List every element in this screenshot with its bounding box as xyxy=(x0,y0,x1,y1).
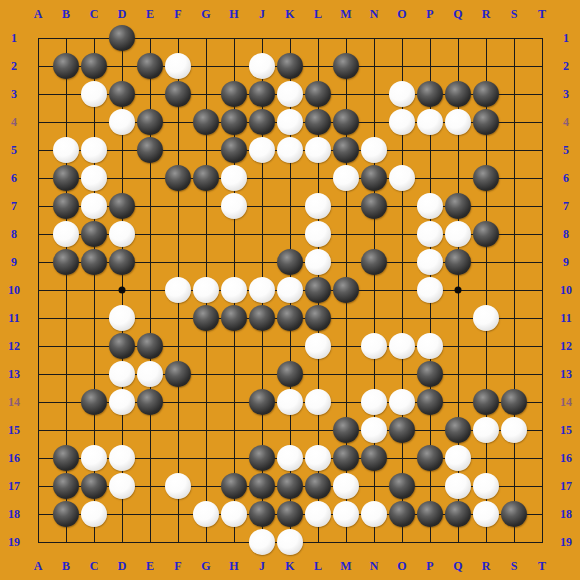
intersection-N7[interactable] xyxy=(360,192,388,220)
intersection-T13[interactable] xyxy=(528,360,556,388)
intersection-H16[interactable] xyxy=(220,444,248,472)
intersection-B18[interactable] xyxy=(52,500,80,528)
intersection-Q16[interactable] xyxy=(444,444,472,472)
intersection-J9[interactable] xyxy=(248,248,276,276)
intersection-S2[interactable] xyxy=(500,52,528,80)
intersection-G2[interactable] xyxy=(192,52,220,80)
intersection-T3[interactable] xyxy=(528,80,556,108)
intersection-H7[interactable] xyxy=(220,192,248,220)
intersection-B11[interactable] xyxy=(52,304,80,332)
intersection-A3[interactable] xyxy=(24,80,52,108)
intersection-N5[interactable] xyxy=(360,136,388,164)
intersection-C4[interactable] xyxy=(80,108,108,136)
intersection-O18[interactable] xyxy=(388,500,416,528)
intersection-K9[interactable] xyxy=(276,248,304,276)
intersection-O11[interactable] xyxy=(388,304,416,332)
intersection-M3[interactable] xyxy=(332,80,360,108)
intersection-J12[interactable] xyxy=(248,332,276,360)
intersection-R2[interactable] xyxy=(472,52,500,80)
intersection-Q6[interactable] xyxy=(444,164,472,192)
intersection-O7[interactable] xyxy=(388,192,416,220)
intersection-M4[interactable] xyxy=(332,108,360,136)
intersection-T16[interactable] xyxy=(528,444,556,472)
intersection-N2[interactable] xyxy=(360,52,388,80)
intersection-P16[interactable] xyxy=(416,444,444,472)
intersection-D5[interactable] xyxy=(108,136,136,164)
intersection-F6[interactable] xyxy=(164,164,192,192)
intersection-S16[interactable] xyxy=(500,444,528,472)
intersection-P1[interactable] xyxy=(416,24,444,52)
intersection-A4[interactable] xyxy=(24,108,52,136)
intersection-S11[interactable] xyxy=(500,304,528,332)
intersection-M6[interactable] xyxy=(332,164,360,192)
intersection-B2[interactable] xyxy=(52,52,80,80)
intersection-R3[interactable] xyxy=(472,80,500,108)
intersection-F19[interactable] xyxy=(164,528,192,556)
intersection-O3[interactable] xyxy=(388,80,416,108)
intersection-C19[interactable] xyxy=(80,528,108,556)
intersection-S7[interactable] xyxy=(500,192,528,220)
intersection-F16[interactable] xyxy=(164,444,192,472)
intersection-K10[interactable] xyxy=(276,276,304,304)
intersection-T8[interactable] xyxy=(528,220,556,248)
intersection-G6[interactable] xyxy=(192,164,220,192)
intersection-E2[interactable] xyxy=(136,52,164,80)
intersection-A12[interactable] xyxy=(24,332,52,360)
intersection-F15[interactable] xyxy=(164,416,192,444)
intersection-B1[interactable] xyxy=(52,24,80,52)
intersection-B10[interactable] xyxy=(52,276,80,304)
intersection-B8[interactable] xyxy=(52,220,80,248)
intersection-R12[interactable] xyxy=(472,332,500,360)
intersection-R1[interactable] xyxy=(472,24,500,52)
intersection-J2[interactable] xyxy=(248,52,276,80)
intersection-B4[interactable] xyxy=(52,108,80,136)
intersection-E5[interactable] xyxy=(136,136,164,164)
intersection-Q14[interactable] xyxy=(444,388,472,416)
intersection-P5[interactable] xyxy=(416,136,444,164)
intersection-S6[interactable] xyxy=(500,164,528,192)
intersection-K4[interactable] xyxy=(276,108,304,136)
intersection-H8[interactable] xyxy=(220,220,248,248)
intersection-K19[interactable] xyxy=(276,528,304,556)
intersection-E11[interactable] xyxy=(136,304,164,332)
intersection-M10[interactable] xyxy=(332,276,360,304)
intersection-H14[interactable] xyxy=(220,388,248,416)
intersection-K2[interactable] xyxy=(276,52,304,80)
intersection-N1[interactable] xyxy=(360,24,388,52)
intersection-T6[interactable] xyxy=(528,164,556,192)
intersection-Q19[interactable] xyxy=(444,528,472,556)
intersection-E12[interactable] xyxy=(136,332,164,360)
intersection-F11[interactable] xyxy=(164,304,192,332)
intersection-G16[interactable] xyxy=(192,444,220,472)
intersection-J16[interactable] xyxy=(248,444,276,472)
intersection-B9[interactable] xyxy=(52,248,80,276)
intersection-H12[interactable] xyxy=(220,332,248,360)
intersection-D4[interactable] xyxy=(108,108,136,136)
intersection-E1[interactable] xyxy=(136,24,164,52)
intersection-K17[interactable] xyxy=(276,472,304,500)
intersection-P6[interactable] xyxy=(416,164,444,192)
intersection-O15[interactable] xyxy=(388,416,416,444)
intersection-J8[interactable] xyxy=(248,220,276,248)
intersection-A11[interactable] xyxy=(24,304,52,332)
intersection-R14[interactable] xyxy=(472,388,500,416)
intersection-D1[interactable] xyxy=(108,24,136,52)
intersection-N8[interactable] xyxy=(360,220,388,248)
intersection-S10[interactable] xyxy=(500,276,528,304)
intersection-A5[interactable] xyxy=(24,136,52,164)
intersection-T4[interactable] xyxy=(528,108,556,136)
intersection-P3[interactable] xyxy=(416,80,444,108)
intersection-O19[interactable] xyxy=(388,528,416,556)
intersection-O4[interactable] xyxy=(388,108,416,136)
intersection-N9[interactable] xyxy=(360,248,388,276)
intersection-H9[interactable] xyxy=(220,248,248,276)
intersection-F9[interactable] xyxy=(164,248,192,276)
intersection-H1[interactable] xyxy=(220,24,248,52)
intersection-J11[interactable] xyxy=(248,304,276,332)
intersection-J14[interactable] xyxy=(248,388,276,416)
intersection-O10[interactable] xyxy=(388,276,416,304)
intersection-J15[interactable] xyxy=(248,416,276,444)
intersection-J5[interactable] xyxy=(248,136,276,164)
intersection-E18[interactable] xyxy=(136,500,164,528)
intersection-L17[interactable] xyxy=(304,472,332,500)
intersection-N3[interactable] xyxy=(360,80,388,108)
intersection-B14[interactable] xyxy=(52,388,80,416)
intersection-S19[interactable] xyxy=(500,528,528,556)
intersection-Q13[interactable] xyxy=(444,360,472,388)
intersection-M9[interactable] xyxy=(332,248,360,276)
intersection-E16[interactable] xyxy=(136,444,164,472)
intersection-K3[interactable] xyxy=(276,80,304,108)
intersection-L13[interactable] xyxy=(304,360,332,388)
intersection-F14[interactable] xyxy=(164,388,192,416)
intersection-A17[interactable] xyxy=(24,472,52,500)
intersection-A7[interactable] xyxy=(24,192,52,220)
intersection-E19[interactable] xyxy=(136,528,164,556)
intersection-R16[interactable] xyxy=(472,444,500,472)
intersection-H19[interactable] xyxy=(220,528,248,556)
intersection-O12[interactable] xyxy=(388,332,416,360)
intersection-T2[interactable] xyxy=(528,52,556,80)
intersection-H2[interactable] xyxy=(220,52,248,80)
intersection-P17[interactable] xyxy=(416,472,444,500)
intersection-L15[interactable] xyxy=(304,416,332,444)
intersection-K18[interactable] xyxy=(276,500,304,528)
intersection-N16[interactable] xyxy=(360,444,388,472)
intersection-Q9[interactable] xyxy=(444,248,472,276)
intersection-S8[interactable] xyxy=(500,220,528,248)
intersection-J4[interactable] xyxy=(248,108,276,136)
intersection-C15[interactable] xyxy=(80,416,108,444)
intersection-P14[interactable] xyxy=(416,388,444,416)
intersection-F10[interactable] xyxy=(164,276,192,304)
intersection-G7[interactable] xyxy=(192,192,220,220)
intersection-N6[interactable] xyxy=(360,164,388,192)
intersection-H18[interactable] xyxy=(220,500,248,528)
intersection-E4[interactable] xyxy=(136,108,164,136)
intersection-S18[interactable] xyxy=(500,500,528,528)
intersection-F5[interactable] xyxy=(164,136,192,164)
intersection-P8[interactable] xyxy=(416,220,444,248)
intersection-O1[interactable] xyxy=(388,24,416,52)
intersection-D3[interactable] xyxy=(108,80,136,108)
intersection-L6[interactable] xyxy=(304,164,332,192)
intersection-B12[interactable] xyxy=(52,332,80,360)
intersection-D16[interactable] xyxy=(108,444,136,472)
intersection-B7[interactable] xyxy=(52,192,80,220)
intersection-A13[interactable] xyxy=(24,360,52,388)
intersection-E15[interactable] xyxy=(136,416,164,444)
intersection-O16[interactable] xyxy=(388,444,416,472)
intersection-M5[interactable] xyxy=(332,136,360,164)
intersection-N19[interactable] xyxy=(360,528,388,556)
intersection-A8[interactable] xyxy=(24,220,52,248)
intersection-R13[interactable] xyxy=(472,360,500,388)
intersection-O6[interactable] xyxy=(388,164,416,192)
intersection-E10[interactable] xyxy=(136,276,164,304)
intersection-K1[interactable] xyxy=(276,24,304,52)
intersection-T15[interactable] xyxy=(528,416,556,444)
intersection-L7[interactable] xyxy=(304,192,332,220)
intersection-O17[interactable] xyxy=(388,472,416,500)
intersection-C7[interactable] xyxy=(80,192,108,220)
intersection-R8[interactable] xyxy=(472,220,500,248)
intersection-C1[interactable] xyxy=(80,24,108,52)
intersection-G17[interactable] xyxy=(192,472,220,500)
intersection-F12[interactable] xyxy=(164,332,192,360)
intersection-T11[interactable] xyxy=(528,304,556,332)
intersection-P11[interactable] xyxy=(416,304,444,332)
intersection-Q3[interactable] xyxy=(444,80,472,108)
intersection-P4[interactable] xyxy=(416,108,444,136)
intersection-B13[interactable] xyxy=(52,360,80,388)
intersection-P13[interactable] xyxy=(416,360,444,388)
intersection-F8[interactable] xyxy=(164,220,192,248)
intersection-T9[interactable] xyxy=(528,248,556,276)
intersection-R11[interactable] xyxy=(472,304,500,332)
intersection-C5[interactable] xyxy=(80,136,108,164)
intersection-H5[interactable] xyxy=(220,136,248,164)
intersection-K12[interactable] xyxy=(276,332,304,360)
intersection-K6[interactable] xyxy=(276,164,304,192)
intersection-E9[interactable] xyxy=(136,248,164,276)
intersection-C14[interactable] xyxy=(80,388,108,416)
intersection-Q5[interactable] xyxy=(444,136,472,164)
intersection-K7[interactable] xyxy=(276,192,304,220)
intersection-D18[interactable] xyxy=(108,500,136,528)
intersection-J7[interactable] xyxy=(248,192,276,220)
intersection-F3[interactable] xyxy=(164,80,192,108)
intersection-L2[interactable] xyxy=(304,52,332,80)
intersection-K8[interactable] xyxy=(276,220,304,248)
intersection-A1[interactable] xyxy=(24,24,52,52)
intersection-R15[interactable] xyxy=(472,416,500,444)
intersection-J18[interactable] xyxy=(248,500,276,528)
intersection-T10[interactable] xyxy=(528,276,556,304)
intersection-E8[interactable] xyxy=(136,220,164,248)
intersection-N18[interactable] xyxy=(360,500,388,528)
intersection-P10[interactable] xyxy=(416,276,444,304)
intersection-Q15[interactable] xyxy=(444,416,472,444)
intersection-D11[interactable] xyxy=(108,304,136,332)
intersection-H13[interactable] xyxy=(220,360,248,388)
intersection-D10[interactable] xyxy=(108,276,136,304)
intersection-L11[interactable] xyxy=(304,304,332,332)
intersection-G4[interactable] xyxy=(192,108,220,136)
intersection-N13[interactable] xyxy=(360,360,388,388)
intersection-G19[interactable] xyxy=(192,528,220,556)
intersection-C12[interactable] xyxy=(80,332,108,360)
intersection-H10[interactable] xyxy=(220,276,248,304)
intersection-G14[interactable] xyxy=(192,388,220,416)
intersection-N15[interactable] xyxy=(360,416,388,444)
intersection-P18[interactable] xyxy=(416,500,444,528)
intersection-T5[interactable] xyxy=(528,136,556,164)
intersection-B19[interactable] xyxy=(52,528,80,556)
intersection-M12[interactable] xyxy=(332,332,360,360)
intersection-R6[interactable] xyxy=(472,164,500,192)
intersection-K14[interactable] xyxy=(276,388,304,416)
intersection-F17[interactable] xyxy=(164,472,192,500)
intersection-S12[interactable] xyxy=(500,332,528,360)
intersection-F13[interactable] xyxy=(164,360,192,388)
intersection-F18[interactable] xyxy=(164,500,192,528)
intersection-T19[interactable] xyxy=(528,528,556,556)
intersection-M14[interactable] xyxy=(332,388,360,416)
intersection-O14[interactable] xyxy=(388,388,416,416)
intersection-J17[interactable] xyxy=(248,472,276,500)
intersection-R17[interactable] xyxy=(472,472,500,500)
intersection-J1[interactable] xyxy=(248,24,276,52)
intersection-C8[interactable] xyxy=(80,220,108,248)
intersection-D19[interactable] xyxy=(108,528,136,556)
intersection-M15[interactable] xyxy=(332,416,360,444)
intersection-O8[interactable] xyxy=(388,220,416,248)
intersection-M7[interactable] xyxy=(332,192,360,220)
intersection-A10[interactable] xyxy=(24,276,52,304)
intersection-N10[interactable] xyxy=(360,276,388,304)
intersection-D14[interactable] xyxy=(108,388,136,416)
intersection-M17[interactable] xyxy=(332,472,360,500)
intersection-K16[interactable] xyxy=(276,444,304,472)
intersection-C10[interactable] xyxy=(80,276,108,304)
intersection-S3[interactable] xyxy=(500,80,528,108)
intersection-D2[interactable] xyxy=(108,52,136,80)
intersection-H11[interactable] xyxy=(220,304,248,332)
intersection-O5[interactable] xyxy=(388,136,416,164)
intersection-G12[interactable] xyxy=(192,332,220,360)
intersection-H15[interactable] xyxy=(220,416,248,444)
intersection-B15[interactable] xyxy=(52,416,80,444)
intersection-N17[interactable] xyxy=(360,472,388,500)
intersection-C17[interactable] xyxy=(80,472,108,500)
intersection-T7[interactable] xyxy=(528,192,556,220)
intersection-G5[interactable] xyxy=(192,136,220,164)
intersection-C11[interactable] xyxy=(80,304,108,332)
intersection-F2[interactable] xyxy=(164,52,192,80)
intersection-R19[interactable] xyxy=(472,528,500,556)
intersection-L10[interactable] xyxy=(304,276,332,304)
intersection-M19[interactable] xyxy=(332,528,360,556)
intersection-C9[interactable] xyxy=(80,248,108,276)
intersection-Q4[interactable] xyxy=(444,108,472,136)
intersection-L12[interactable] xyxy=(304,332,332,360)
intersection-F1[interactable] xyxy=(164,24,192,52)
intersection-S9[interactable] xyxy=(500,248,528,276)
intersection-A9[interactable] xyxy=(24,248,52,276)
intersection-C16[interactable] xyxy=(80,444,108,472)
intersection-Q7[interactable] xyxy=(444,192,472,220)
intersection-N12[interactable] xyxy=(360,332,388,360)
intersection-S15[interactable] xyxy=(500,416,528,444)
intersection-S1[interactable] xyxy=(500,24,528,52)
intersection-L14[interactable] xyxy=(304,388,332,416)
intersection-B6[interactable] xyxy=(52,164,80,192)
intersection-L16[interactable] xyxy=(304,444,332,472)
intersection-D8[interactable] xyxy=(108,220,136,248)
intersection-N14[interactable] xyxy=(360,388,388,416)
intersection-B17[interactable] xyxy=(52,472,80,500)
intersection-R5[interactable] xyxy=(472,136,500,164)
intersection-A15[interactable] xyxy=(24,416,52,444)
intersection-T14[interactable] xyxy=(528,388,556,416)
intersection-P7[interactable] xyxy=(416,192,444,220)
intersection-B5[interactable] xyxy=(52,136,80,164)
intersection-L19[interactable] xyxy=(304,528,332,556)
intersection-C2[interactable] xyxy=(80,52,108,80)
intersection-H3[interactable] xyxy=(220,80,248,108)
intersection-R4[interactable] xyxy=(472,108,500,136)
intersection-E17[interactable] xyxy=(136,472,164,500)
intersection-J3[interactable] xyxy=(248,80,276,108)
intersection-J13[interactable] xyxy=(248,360,276,388)
intersection-B3[interactable] xyxy=(52,80,80,108)
intersection-D7[interactable] xyxy=(108,192,136,220)
intersection-M1[interactable] xyxy=(332,24,360,52)
intersection-C18[interactable] xyxy=(80,500,108,528)
intersection-G11[interactable] xyxy=(192,304,220,332)
intersection-H6[interactable] xyxy=(220,164,248,192)
intersection-Q11[interactable] xyxy=(444,304,472,332)
intersection-T17[interactable] xyxy=(528,472,556,500)
intersection-M13[interactable] xyxy=(332,360,360,388)
intersection-D13[interactable] xyxy=(108,360,136,388)
intersection-O2[interactable] xyxy=(388,52,416,80)
intersection-J10[interactable] xyxy=(248,276,276,304)
intersection-R10[interactable] xyxy=(472,276,500,304)
intersection-A2[interactable] xyxy=(24,52,52,80)
intersection-P15[interactable] xyxy=(416,416,444,444)
intersection-T18[interactable] xyxy=(528,500,556,528)
intersection-M16[interactable] xyxy=(332,444,360,472)
intersection-S17[interactable] xyxy=(500,472,528,500)
intersection-Q2[interactable] xyxy=(444,52,472,80)
intersection-R18[interactable] xyxy=(472,500,500,528)
intersection-F4[interactable] xyxy=(164,108,192,136)
intersection-E6[interactable] xyxy=(136,164,164,192)
intersection-G10[interactable] xyxy=(192,276,220,304)
intersection-P12[interactable] xyxy=(416,332,444,360)
intersection-E13[interactable] xyxy=(136,360,164,388)
intersection-Q18[interactable] xyxy=(444,500,472,528)
intersection-A19[interactable] xyxy=(24,528,52,556)
intersection-E3[interactable] xyxy=(136,80,164,108)
intersection-D6[interactable] xyxy=(108,164,136,192)
